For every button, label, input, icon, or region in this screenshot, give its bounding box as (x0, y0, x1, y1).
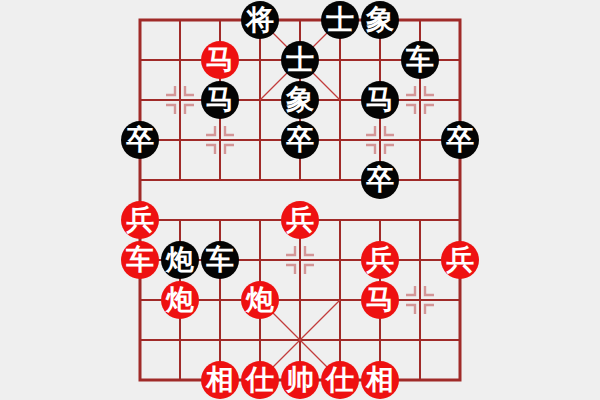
piece-black-soldier[interactable]: 卒 (281, 121, 319, 159)
piece-black-advisor[interactable]: 士 (321, 1, 359, 39)
piece-red-horse[interactable]: 马 (361, 281, 399, 319)
piece-black-soldier[interactable]: 卒 (441, 121, 479, 159)
piece-red-soldier[interactable]: 兵 (281, 201, 319, 239)
piece-black-horse[interactable]: 马 (201, 81, 239, 119)
piece-red-elephant[interactable]: 相 (201, 361, 239, 399)
piece-red-elephant[interactable]: 相 (361, 361, 399, 399)
piece-red-cannon[interactable]: 炮 (241, 281, 279, 319)
piece-red-soldier[interactable]: 兵 (121, 201, 159, 239)
piece-black-general[interactable]: 将 (241, 1, 279, 39)
piece-red-advisor[interactable]: 仕 (241, 361, 279, 399)
piece-red-cannon[interactable]: 炮 (161, 281, 199, 319)
piece-black-horse[interactable]: 马 (361, 81, 399, 119)
piece-black-soldier[interactable]: 卒 (121, 121, 159, 159)
piece-red-soldier[interactable]: 兵 (441, 241, 479, 279)
piece-red-general[interactable]: 帅 (281, 361, 319, 399)
piece-red-advisor[interactable]: 仕 (321, 361, 359, 399)
piece-red-soldier[interactable]: 兵 (361, 241, 399, 279)
piece-black-elephant[interactable]: 象 (281, 81, 319, 119)
piece-black-chariot[interactable]: 车 (401, 41, 439, 79)
piece-black-cannon[interactable]: 炮 (161, 241, 199, 279)
piece-red-horse[interactable]: 马 (201, 41, 239, 79)
xiangqi-board: 将士象马士车马象马卒卒卒卒兵兵车炮车兵兵炮炮马相仕帅仕相 (0, 0, 600, 400)
piece-black-advisor[interactable]: 士 (281, 41, 319, 79)
piece-black-chariot[interactable]: 车 (201, 241, 239, 279)
piece-black-soldier[interactable]: 卒 (361, 161, 399, 199)
pieces-layer: 将士象马士车马象马卒卒卒卒兵兵车炮车兵兵炮炮马相仕帅仕相 (120, 0, 480, 400)
piece-black-elephant[interactable]: 象 (361, 1, 399, 39)
piece-red-chariot[interactable]: 车 (121, 241, 159, 279)
